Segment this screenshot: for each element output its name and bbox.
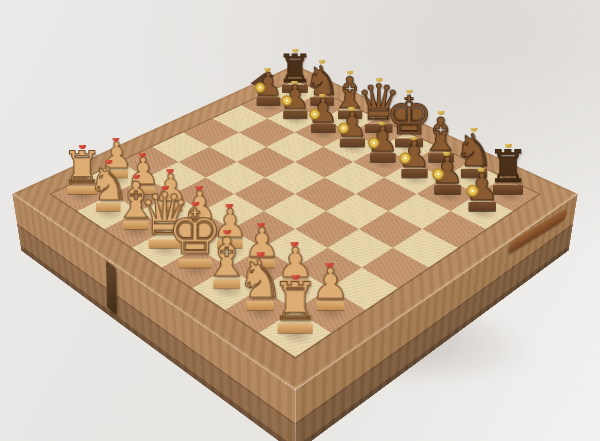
board-box: ♜♞♝♛♚♝♞♜♟♟♟♟♟♟♟♟♟♟♟♟♟♟♟♟♜♞♝♛♚♝♞♜: [12, 65, 578, 391]
photo-frame: ♜♞♝♛♚♝♞♜♟♟♟♟♟♟♟♟♟♟♟♟♟♟♟♟♜♞♝♛♚♝♞♜: [0, 0, 600, 441]
board-box-lid: ♜♞♝♛♚♝♞♜♟♟♟♟♟♟♟♟♟♟♟♟♟♟♟♟♜♞♝♛♚♝♞♜: [12, 65, 578, 391]
chess-scene: ♜♞♝♛♚♝♞♜♟♟♟♟♟♟♟♟♟♟♟♟♟♟♟♟♜♞♝♛♚♝♞♜: [0, 0, 600, 441]
latch-front-left: [106, 260, 117, 315]
black-pawn-glyph: ♟: [465, 168, 499, 206]
white-rook-glyph: ♜: [271, 274, 319, 327]
